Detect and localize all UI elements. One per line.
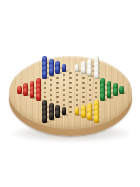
peg-yellow[interactable] bbox=[94, 115, 99, 123]
peg-red[interactable] bbox=[30, 90, 35, 98]
peg-white[interactable] bbox=[75, 64, 80, 72]
peg-black[interactable] bbox=[55, 110, 60, 118]
peg-white[interactable] bbox=[87, 68, 92, 76]
peg-red[interactable] bbox=[17, 86, 22, 94]
peg-green[interactable] bbox=[113, 88, 118, 96]
peg-blue[interactable] bbox=[42, 71, 47, 79]
peg-yellow[interactable] bbox=[87, 112, 92, 120]
product-photo bbox=[0, 0, 140, 187]
peg-red[interactable] bbox=[23, 88, 28, 96]
peg-black[interactable] bbox=[49, 112, 54, 120]
peg-green[interactable] bbox=[100, 93, 105, 101]
peg-black[interactable] bbox=[42, 115, 47, 123]
peg-yellow[interactable] bbox=[75, 107, 80, 115]
peg-white[interactable] bbox=[94, 71, 99, 79]
peg-blue[interactable] bbox=[62, 64, 67, 72]
peg-yellow[interactable] bbox=[81, 110, 86, 118]
peg-red[interactable] bbox=[36, 93, 41, 101]
peg-white[interactable] bbox=[81, 66, 86, 74]
pegs-layer bbox=[0, 0, 140, 187]
peg-blue[interactable] bbox=[49, 68, 54, 76]
peg-blue[interactable] bbox=[55, 66, 60, 74]
peg-green[interactable] bbox=[107, 90, 112, 98]
peg-green[interactable] bbox=[119, 86, 124, 94]
